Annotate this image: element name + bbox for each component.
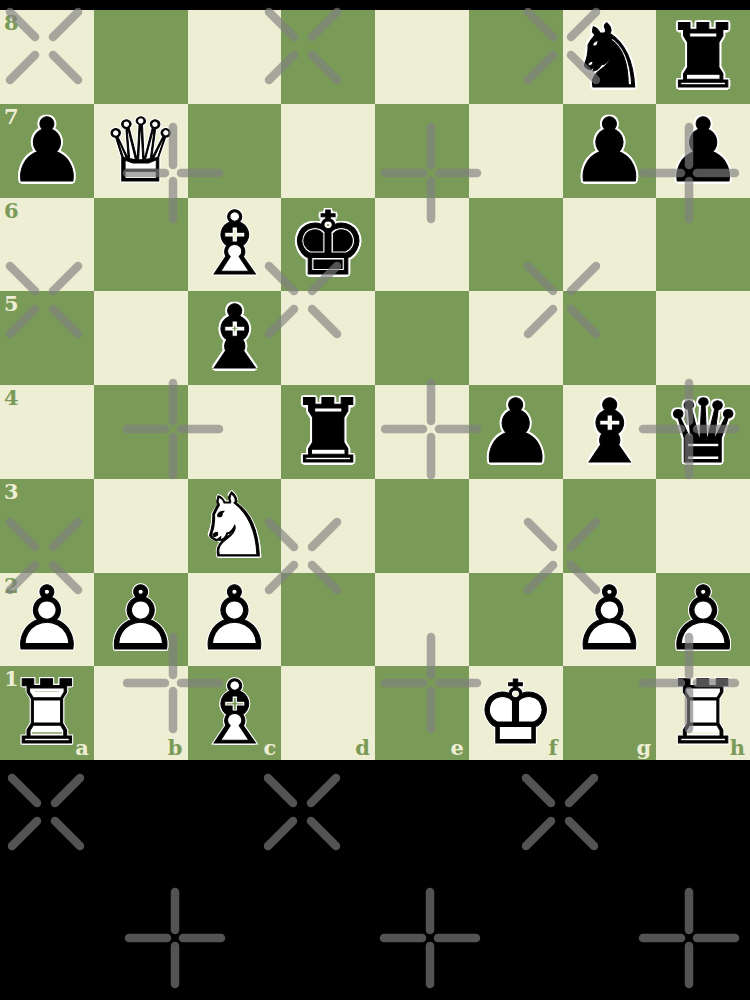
square-g7[interactable]: ♟: [563, 104, 657, 198]
square-c6[interactable]: ♝♗: [188, 198, 282, 292]
piece-glyph-outline: ♙: [94, 573, 188, 667]
square-a8[interactable]: 8: [0, 10, 94, 104]
square-h8[interactable]: ♜: [656, 10, 750, 104]
watermark-plus-icon: [380, 888, 480, 988]
square-f6[interactable]: [469, 198, 563, 292]
piece-glyph-outline: ♙: [656, 573, 750, 667]
piece-glyph: ♟: [0, 104, 94, 198]
piece-glyph-outline: ♙: [188, 573, 282, 667]
square-c8[interactable]: [188, 10, 282, 104]
square-g4[interactable]: ♝: [563, 385, 657, 479]
piece-white-pawn[interactable]: ♟♙: [563, 573, 657, 667]
piece-glyph-outline: ♘: [188, 479, 282, 573]
piece-glyph-outline: ♗: [188, 198, 282, 292]
square-b2[interactable]: ♟♙: [94, 573, 188, 667]
piece-black-pawn[interactable]: ♟: [563, 104, 657, 198]
file-label-g: g: [637, 737, 652, 758]
piece-black-bishop[interactable]: ♝: [563, 385, 657, 479]
piece-glyph: ♝: [563, 385, 657, 479]
piece-black-pawn[interactable]: ♟: [656, 104, 750, 198]
square-a6[interactable]: 6: [0, 198, 94, 292]
square-g8[interactable]: ♞: [563, 10, 657, 104]
square-g5[interactable]: [563, 291, 657, 385]
square-a1[interactable]: 1a♜♖: [0, 666, 94, 760]
square-d7[interactable]: [281, 104, 375, 198]
square-a2[interactable]: 2♟♙: [0, 573, 94, 667]
square-f1[interactable]: f♚♔: [469, 666, 563, 760]
square-h1[interactable]: h♜♖: [656, 666, 750, 760]
piece-glyph-outline: ♙: [563, 573, 657, 667]
square-g1[interactable]: g: [563, 666, 657, 760]
piece-black-rook[interactable]: ♜: [656, 10, 750, 104]
piece-white-rook[interactable]: ♜♖: [0, 666, 94, 760]
square-h2[interactable]: ♟♙: [656, 573, 750, 667]
square-a5[interactable]: 5: [0, 291, 94, 385]
square-h4[interactable]: ♛: [656, 385, 750, 479]
piece-white-pawn[interactable]: ♟♙: [188, 573, 282, 667]
piece-glyph: ♚: [281, 198, 375, 292]
square-f7[interactable]: [469, 104, 563, 198]
piece-glyph: ♞: [563, 10, 657, 104]
piece-white-pawn[interactable]: ♟♙: [0, 573, 94, 667]
chess-board: 8♞♜7♟♛♕♟♟6♝♗♚5♝4♜♟♝♛3♞♘2♟♙♟♙♟♙♟♙♟♙1a♜♖bc…: [0, 10, 750, 760]
square-c4[interactable]: [188, 385, 282, 479]
piece-white-bishop[interactable]: ♝♗: [188, 198, 282, 292]
piece-black-pawn[interactable]: ♟: [0, 104, 94, 198]
rank-label-4: 4: [4, 387, 19, 408]
rank-label-5: 5: [4, 293, 19, 314]
square-g2[interactable]: ♟♙: [563, 573, 657, 667]
piece-black-pawn[interactable]: ♟: [469, 385, 563, 479]
square-e5[interactable]: [375, 291, 469, 385]
square-e2[interactable]: [375, 573, 469, 667]
square-d3[interactable]: [281, 479, 375, 573]
piece-white-knight[interactable]: ♞♘: [188, 479, 282, 573]
piece-glyph-outline: ♔: [469, 666, 563, 760]
piece-glyph-outline: ♖: [0, 666, 94, 760]
file-label-b: b: [168, 737, 183, 758]
square-a4[interactable]: 4: [0, 385, 94, 479]
piece-glyph-outline: ♗: [188, 666, 282, 760]
piece-white-rook[interactable]: ♜♖: [656, 666, 750, 760]
square-h6[interactable]: [656, 198, 750, 292]
piece-white-bishop[interactable]: ♝♗: [188, 666, 282, 760]
piece-glyph: ♝: [188, 291, 282, 385]
square-b4[interactable]: [94, 385, 188, 479]
watermark-plus-icon: [639, 888, 739, 988]
piece-white-queen[interactable]: ♛♕: [94, 104, 188, 198]
square-b5[interactable]: [94, 291, 188, 385]
square-e8[interactable]: [375, 10, 469, 104]
piece-white-pawn[interactable]: ♟♙: [94, 573, 188, 667]
watermark-x-icon: [252, 762, 352, 862]
square-d5[interactable]: [281, 291, 375, 385]
watermark-x-icon: [0, 762, 96, 862]
square-d8[interactable]: [281, 10, 375, 104]
piece-black-king[interactable]: ♚: [281, 198, 375, 292]
square-g6[interactable]: [563, 198, 657, 292]
product-image-stage: 8♞♜7♟♛♕♟♟6♝♗♚5♝4♜♟♝♛3♞♘2♟♙♟♙♟♙♟♙♟♙1a♜♖bc…: [0, 0, 750, 1000]
square-e1[interactable]: e: [375, 666, 469, 760]
square-e4[interactable]: [375, 385, 469, 479]
piece-glyph: ♜: [656, 10, 750, 104]
piece-black-knight[interactable]: ♞: [563, 10, 657, 104]
square-b8[interactable]: [94, 10, 188, 104]
watermark-x-icon: [510, 762, 610, 862]
square-a7[interactable]: 7♟: [0, 104, 94, 198]
square-h3[interactable]: [656, 479, 750, 573]
file-label-e: e: [450, 737, 463, 758]
square-e7[interactable]: [375, 104, 469, 198]
square-c5[interactable]: ♝: [188, 291, 282, 385]
square-f3[interactable]: [469, 479, 563, 573]
square-e6[interactable]: [375, 198, 469, 292]
piece-glyph: ♟: [656, 104, 750, 198]
square-e3[interactable]: [375, 479, 469, 573]
square-a3[interactable]: 3: [0, 479, 94, 573]
piece-glyph: ♛: [656, 385, 750, 479]
square-d1[interactable]: d: [281, 666, 375, 760]
square-d4[interactable]: ♜: [281, 385, 375, 479]
square-f5[interactable]: [469, 291, 563, 385]
square-b6[interactable]: [94, 198, 188, 292]
piece-glyph-outline: ♖: [656, 666, 750, 760]
piece-white-king[interactable]: ♚♔: [469, 666, 563, 760]
square-b7[interactable]: ♛♕: [94, 104, 188, 198]
square-c7[interactable]: [188, 104, 282, 198]
square-c3[interactable]: ♞♘: [188, 479, 282, 573]
square-d2[interactable]: [281, 573, 375, 667]
piece-white-pawn[interactable]: ♟♙: [656, 573, 750, 667]
square-f8[interactable]: [469, 10, 563, 104]
square-b3[interactable]: [94, 479, 188, 573]
square-g3[interactable]: [563, 479, 657, 573]
square-b1[interactable]: b: [94, 666, 188, 760]
piece-black-queen[interactable]: ♛: [656, 385, 750, 479]
piece-black-bishop[interactable]: ♝: [188, 291, 282, 385]
piece-glyph: ♜: [281, 385, 375, 479]
piece-glyph: ♟: [563, 104, 657, 198]
watermark-plus-icon: [125, 888, 225, 988]
square-h7[interactable]: ♟: [656, 104, 750, 198]
piece-glyph-outline: ♙: [0, 573, 94, 667]
piece-black-rook[interactable]: ♜: [281, 385, 375, 479]
rank-label-6: 6: [4, 200, 19, 221]
square-d6[interactable]: ♚: [281, 198, 375, 292]
rank-label-8: 8: [4, 12, 19, 33]
rank-label-3: 3: [4, 481, 19, 502]
square-c1[interactable]: c♝♗: [188, 666, 282, 760]
square-c2[interactable]: ♟♙: [188, 573, 282, 667]
square-f4[interactable]: ♟: [469, 385, 563, 479]
file-label-d: d: [355, 737, 370, 758]
square-h5[interactable]: [656, 291, 750, 385]
piece-glyph-outline: ♕: [94, 104, 188, 198]
square-f2[interactable]: [469, 573, 563, 667]
piece-glyph: ♟: [469, 385, 563, 479]
